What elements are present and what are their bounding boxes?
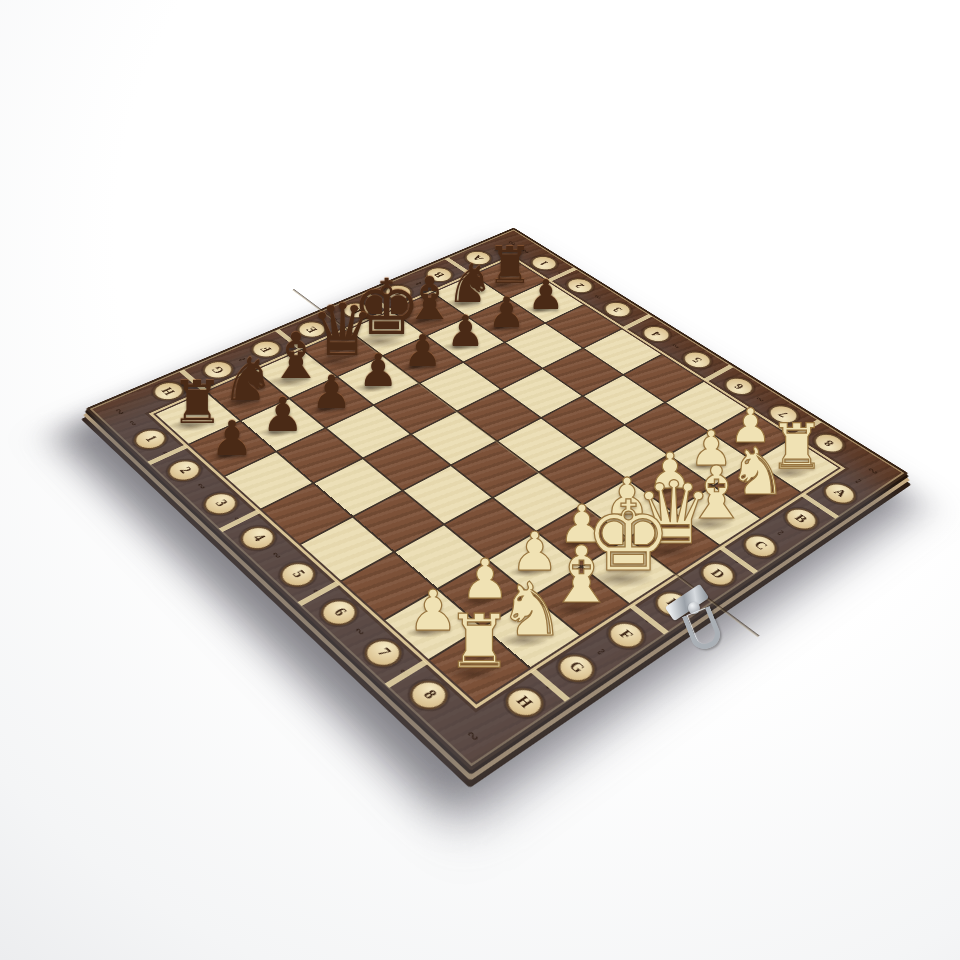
piece-dark-pawn[interactable]: ♟ (311, 370, 352, 416)
piece-dark-pawn[interactable]: ♟ (403, 330, 442, 374)
piece-dark-rook[interactable]: ♜ (487, 241, 532, 292)
piece-dark-pawn[interactable]: ♟ (446, 311, 484, 354)
piece-dark-pawn[interactable]: ♟ (211, 414, 254, 462)
piece-dark-pawn[interactable]: ♟ (358, 349, 398, 394)
piece-dark-pawn[interactable]: ♟ (262, 392, 304, 439)
pieces-overlay: ♜♞♟♝♟♚♟♛♟♝♟♞♟♜♟♟♟♟♜♟♞♟♝♟♛♟♚♟♝♟♞♜ (0, 0, 960, 960)
clasp-latch (662, 588, 742, 668)
piece-dark-pawn[interactable]: ♟ (528, 275, 565, 316)
piece-dark-pawn[interactable]: ♟ (488, 292, 526, 334)
piece-light-rook[interactable]: ♜ (446, 605, 512, 679)
clasp-hook (682, 606, 724, 653)
product-photo-stage: chess 12345678 12345678 ABCDEFGH ABCDEFG… (0, 0, 960, 960)
